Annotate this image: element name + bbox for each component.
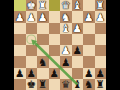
black-king: ♚ <box>27 79 36 89</box>
square-c6[interactable] <box>72 56 84 67</box>
white-pawn: ♟ <box>84 11 93 21</box>
square-a7[interactable]: ♟ <box>95 68 107 79</box>
square-h2[interactable]: ♟ <box>14 11 26 22</box>
square-a6[interactable] <box>95 56 107 67</box>
black-queen: ♛ <box>61 79 70 89</box>
square-e8[interactable] <box>49 79 61 90</box>
black-pawn: ♟ <box>96 68 105 78</box>
square-g3[interactable] <box>26 23 38 34</box>
square-f3[interactable] <box>37 23 49 34</box>
square-d2[interactable]: ♞ <box>60 11 72 22</box>
white-pawn: ♟ <box>27 11 36 21</box>
square-g2[interactable]: ♟ <box>26 11 38 22</box>
white-pawn: ♟ <box>61 45 70 55</box>
black-pawn: ♟ <box>50 68 59 78</box>
black-knight: ♞ <box>38 56 47 66</box>
square-h1[interactable] <box>14 0 26 11</box>
black-knight: ♞ <box>84 79 93 89</box>
square-g1[interactable]: ♚ <box>26 0 38 11</box>
square-d5[interactable]: ♟ <box>60 45 72 56</box>
screenshot-canvas: ♚♜♛♝♜♟♟♟♞♟♟♝♟♟♟♞♟♟♟♟♟♟♚♜♛♝♞♜ <box>0 0 120 90</box>
square-a8[interactable]: ♜ <box>95 79 107 90</box>
black-pawn: ♟ <box>73 45 82 55</box>
square-f5[interactable] <box>37 45 49 56</box>
square-b2[interactable]: ♟ <box>83 11 95 22</box>
square-e2[interactable] <box>49 11 61 22</box>
square-g8[interactable]: ♚ <box>26 79 38 90</box>
square-a3[interactable] <box>95 23 107 34</box>
white-king: ♚ <box>27 0 36 10</box>
white-bishop: ♝ <box>61 23 70 33</box>
square-a4[interactable] <box>95 34 107 45</box>
square-b4[interactable] <box>83 34 95 45</box>
square-e6[interactable] <box>49 56 61 67</box>
white-rook: ♜ <box>96 0 105 10</box>
square-c4[interactable] <box>72 34 84 45</box>
square-b8[interactable]: ♞ <box>83 79 95 90</box>
chess-board[interactable]: ♚♜♛♝♜♟♟♟♞♟♟♝♟♟♟♞♟♟♟♟♟♟♚♜♛♝♞♜ <box>14 0 106 90</box>
square-h5[interactable] <box>14 45 26 56</box>
square-d4[interactable] <box>60 34 72 45</box>
square-e3[interactable] <box>49 23 61 34</box>
square-b3[interactable] <box>83 23 95 34</box>
square-c8[interactable]: ♝ <box>72 79 84 90</box>
square-g4[interactable] <box>26 34 38 45</box>
square-b6[interactable] <box>83 56 95 67</box>
square-d3[interactable]: ♝ <box>60 23 72 34</box>
square-h3[interactable] <box>14 23 26 34</box>
square-a2[interactable]: ♟ <box>95 11 107 22</box>
square-f2[interactable]: ♟ <box>37 11 49 22</box>
black-bishop: ♝ <box>73 79 82 89</box>
square-d6[interactable]: ♟ <box>60 56 72 67</box>
square-g6[interactable] <box>26 56 38 67</box>
square-c7[interactable] <box>72 68 84 79</box>
square-e4[interactable] <box>49 34 61 45</box>
black-pawn: ♟ <box>15 68 24 78</box>
square-h7[interactable]: ♟ <box>14 68 26 79</box>
square-f6[interactable]: ♞ <box>37 56 49 67</box>
square-c2[interactable] <box>72 11 84 22</box>
white-pawn: ♟ <box>15 11 24 21</box>
square-c5[interactable]: ♟ <box>72 45 84 56</box>
square-f4[interactable] <box>37 34 49 45</box>
square-c3[interactable]: ♟ <box>72 23 84 34</box>
square-h6[interactable] <box>14 56 26 67</box>
square-a1[interactable]: ♜ <box>95 0 107 11</box>
square-d1[interactable]: ♛ <box>60 0 72 11</box>
square-b1[interactable] <box>83 0 95 11</box>
white-bishop: ♝ <box>73 0 82 10</box>
letterbox-left <box>0 0 14 90</box>
square-e7[interactable]: ♟ <box>49 68 61 79</box>
black-pawn: ♟ <box>27 68 36 78</box>
square-f8[interactable]: ♜ <box>37 79 49 90</box>
black-pawn: ♟ <box>84 68 93 78</box>
black-rook: ♜ <box>96 79 105 89</box>
square-g5[interactable] <box>26 45 38 56</box>
square-c1[interactable]: ♝ <box>72 0 84 11</box>
white-knight: ♞ <box>61 11 70 21</box>
square-h4[interactable] <box>14 34 26 45</box>
square-g7[interactable]: ♟ <box>26 68 38 79</box>
square-d7[interactable] <box>60 68 72 79</box>
square-e5[interactable] <box>49 45 61 56</box>
white-queen: ♛ <box>61 0 70 10</box>
square-d8[interactable]: ♛ <box>60 79 72 90</box>
black-rook: ♜ <box>38 79 47 89</box>
square-f1[interactable]: ♜ <box>37 0 49 11</box>
square-a5[interactable] <box>95 45 107 56</box>
white-pawn: ♟ <box>73 23 82 33</box>
square-e1[interactable] <box>49 0 61 11</box>
white-rook: ♜ <box>38 0 47 10</box>
square-f7[interactable] <box>37 68 49 79</box>
square-h8[interactable] <box>14 79 26 90</box>
square-b5[interactable] <box>83 45 95 56</box>
white-pawn: ♟ <box>38 11 47 21</box>
letterbox-right <box>106 0 120 90</box>
white-pawn: ♟ <box>96 11 105 21</box>
square-b7[interactable]: ♟ <box>83 68 95 79</box>
black-pawn: ♟ <box>61 56 70 66</box>
